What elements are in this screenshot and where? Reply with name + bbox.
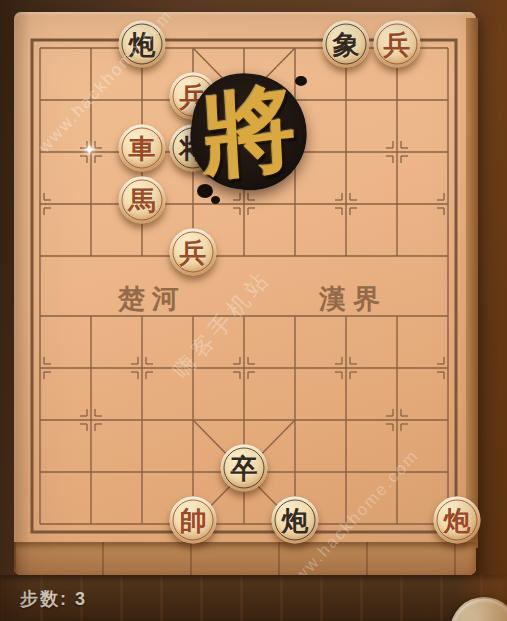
piece-label: 炮 xyxy=(272,497,319,544)
board-front-edge xyxy=(14,542,476,575)
piece-red-soldier[interactable]: 兵 xyxy=(374,21,421,68)
piece-label: 炮 xyxy=(434,497,481,544)
piece-label: 炮 xyxy=(119,21,166,68)
piece-label: 卒 xyxy=(221,445,268,492)
piece-red-horse[interactable]: 馬 xyxy=(119,177,166,224)
piece-black-elephant[interactable]: 象 xyxy=(323,21,370,68)
river-label-left: 楚河 xyxy=(117,283,186,314)
bottom-bar: 步数: 3 xyxy=(0,575,507,621)
piece-label: 象 xyxy=(323,21,370,68)
piece-red-general[interactable]: 帥 xyxy=(170,497,217,544)
step-count: 3 xyxy=(75,589,87,609)
step-label: 步数: xyxy=(20,589,68,609)
piece-black-soldier[interactable]: 卒 xyxy=(221,445,268,492)
piece-label: 車 xyxy=(119,125,166,172)
check-text: 將 xyxy=(197,74,302,190)
board-right-bevel xyxy=(466,18,478,548)
sparkle-icon: ✦ xyxy=(83,141,96,159)
game-screen: 楚河 漢界 炮象兵兵車将馬兵卒帥炮炮 將 ✦ www.hackhome.com … xyxy=(0,0,507,621)
piece-label: 兵 xyxy=(170,229,217,276)
river-label-right: 漢界 xyxy=(318,283,387,314)
piece-black-cannon[interactable]: 炮 xyxy=(119,21,166,68)
piece-red-chariot[interactable]: 車 xyxy=(119,125,166,172)
piece-red-cannon[interactable]: 炮 xyxy=(434,497,481,544)
ink-splash-dot xyxy=(295,76,307,86)
piece-label: 兵 xyxy=(374,21,421,68)
piece-black-cannon[interactable]: 炮 xyxy=(272,497,319,544)
piece-label: 帥 xyxy=(170,497,217,544)
piece-label: 馬 xyxy=(119,177,166,224)
piece-red-soldier[interactable]: 兵 xyxy=(170,229,217,276)
step-counter: 步数: 3 xyxy=(20,587,87,611)
